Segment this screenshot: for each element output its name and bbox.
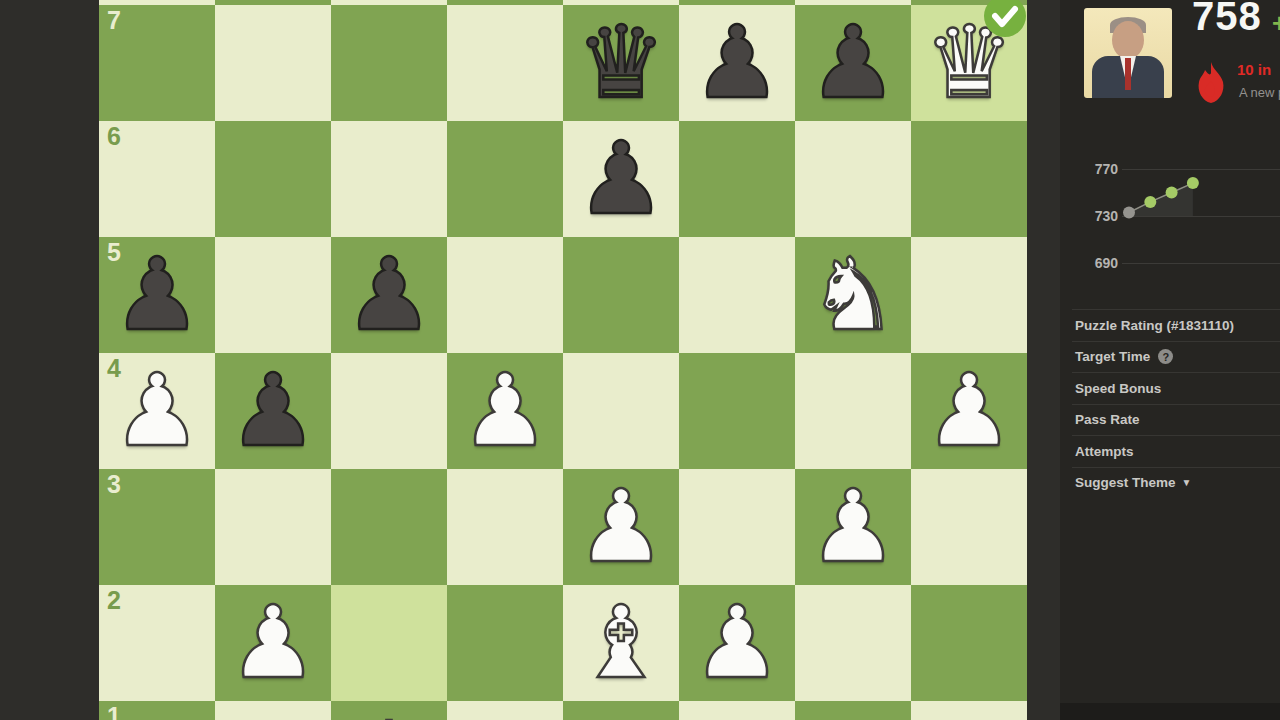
square-a3[interactable]: 3 bbox=[99, 469, 215, 585]
black-pawn[interactable]: ♟ bbox=[331, 237, 447, 353]
white-pawn[interactable]: ♟ bbox=[447, 353, 563, 469]
square-e4[interactable] bbox=[563, 353, 679, 469]
square-e2[interactable]: ♝ bbox=[563, 585, 679, 701]
stat-row-puzzle-rating-1831110: Puzzle Rating (#1831110) bbox=[1072, 309, 1280, 341]
chart-ytick-730: 730 bbox=[1074, 208, 1118, 224]
black-pawn[interactable]: ♟ bbox=[679, 5, 795, 121]
rank-label-1: 1 bbox=[107, 704, 121, 720]
white-pawn[interactable]: ♟ bbox=[563, 469, 679, 585]
square-h5[interactable] bbox=[911, 237, 1027, 353]
square-b3[interactable] bbox=[215, 469, 331, 585]
square-a4[interactable]: 4♟ bbox=[99, 353, 215, 469]
rating-point bbox=[1144, 196, 1156, 208]
square-g5[interactable]: ♞ bbox=[795, 237, 911, 353]
streak-subtext: A new p bbox=[1239, 85, 1280, 100]
streak-flame-icon bbox=[1196, 61, 1226, 106]
rating-point bbox=[1187, 177, 1199, 189]
square-c4[interactable] bbox=[331, 353, 447, 469]
square-c7[interactable] bbox=[331, 5, 447, 121]
square-e3[interactable]: ♟ bbox=[563, 469, 679, 585]
stat-row-label: Suggest Theme bbox=[1075, 475, 1176, 490]
square-d3[interactable] bbox=[447, 469, 563, 585]
square-f3[interactable] bbox=[679, 469, 795, 585]
square-c6[interactable] bbox=[331, 121, 447, 237]
white-knight[interactable]: ♞ bbox=[795, 237, 911, 353]
square-g7[interactable]: ♟ bbox=[795, 5, 911, 121]
stat-row-label: Target Time bbox=[1075, 349, 1150, 364]
white-king[interactable]: ♚ bbox=[331, 701, 447, 720]
chart-ytick-690: 690 bbox=[1074, 255, 1118, 271]
stat-row-target-time: Target Time? bbox=[1072, 341, 1280, 373]
correct-move-check-icon bbox=[983, 0, 1027, 38]
square-e5[interactable] bbox=[563, 237, 679, 353]
square-g1[interactable] bbox=[795, 701, 911, 720]
help-icon[interactable]: ? bbox=[1158, 349, 1173, 364]
square-b5[interactable] bbox=[215, 237, 331, 353]
square-g4[interactable] bbox=[795, 353, 911, 469]
square-d5[interactable] bbox=[447, 237, 563, 353]
black-queen[interactable]: ♛ bbox=[563, 5, 679, 121]
square-g6[interactable] bbox=[795, 121, 911, 237]
white-pawn[interactable]: ♟ bbox=[215, 585, 331, 701]
puzzle-rating-value: 758 bbox=[1192, 0, 1262, 39]
black-pawn[interactable]: ♟ bbox=[563, 121, 679, 237]
square-h2[interactable] bbox=[911, 585, 1027, 701]
square-e6[interactable]: ♟ bbox=[563, 121, 679, 237]
rating-sparkline-chart bbox=[1122, 150, 1280, 270]
rating-point bbox=[1166, 187, 1178, 199]
square-f1[interactable] bbox=[679, 701, 795, 720]
square-c3[interactable] bbox=[331, 469, 447, 585]
square-d1[interactable] bbox=[447, 701, 563, 720]
white-pawn[interactable]: ♟ bbox=[911, 353, 1027, 469]
square-e1[interactable] bbox=[563, 701, 679, 720]
chart-ytick-770: 770 bbox=[1074, 161, 1118, 177]
square-e7[interactable]: ♛ bbox=[563, 5, 679, 121]
white-pawn[interactable]: ♟ bbox=[679, 585, 795, 701]
stat-row-attempts: Attempts bbox=[1072, 435, 1280, 467]
square-a2[interactable]: 2 bbox=[99, 585, 215, 701]
rank-label-3: 3 bbox=[107, 472, 121, 497]
puzzle-sidebar: 758 + 10 in A new p 770 730 690 Puzzle R… bbox=[1060, 0, 1280, 703]
square-h6[interactable] bbox=[911, 121, 1027, 237]
square-d6[interactable] bbox=[447, 121, 563, 237]
square-g2[interactable] bbox=[795, 585, 911, 701]
square-c5[interactable]: ♟ bbox=[331, 237, 447, 353]
stat-row-suggest-theme[interactable]: Suggest Theme▼ bbox=[1072, 467, 1280, 499]
square-b2[interactable]: ♟ bbox=[215, 585, 331, 701]
avatar-face bbox=[1112, 21, 1144, 59]
stat-row-label: Puzzle Rating (#1831110) bbox=[1075, 318, 1234, 333]
square-a6[interactable]: 6 bbox=[99, 121, 215, 237]
square-c2[interactable] bbox=[331, 585, 447, 701]
rating-trend-plus: + bbox=[1272, 8, 1280, 39]
square-h1[interactable] bbox=[911, 701, 1027, 720]
rating-point bbox=[1123, 206, 1135, 218]
square-f2[interactable]: ♟ bbox=[679, 585, 795, 701]
square-d2[interactable] bbox=[447, 585, 563, 701]
square-b6[interactable] bbox=[215, 121, 331, 237]
black-pawn[interactable]: ♟ bbox=[795, 5, 911, 121]
square-d7[interactable] bbox=[447, 5, 563, 121]
square-g3[interactable]: ♟ bbox=[795, 469, 911, 585]
chess-board: 87♛♟♟♛6♟5♟♟♞4♟♟♟♟3♟♟2♟♝♟1♚ bbox=[99, 0, 1027, 720]
square-a5[interactable]: 5♟ bbox=[99, 237, 215, 353]
caret-down-icon[interactable]: ▼ bbox=[1182, 477, 1192, 488]
avatar[interactable] bbox=[1084, 8, 1172, 98]
white-bishop[interactable]: ♝ bbox=[563, 585, 679, 701]
square-c1[interactable]: ♚ bbox=[331, 701, 447, 720]
square-h4[interactable]: ♟ bbox=[911, 353, 1027, 469]
white-pawn[interactable]: ♟ bbox=[99, 353, 215, 469]
rank-label-2: 2 bbox=[107, 588, 121, 613]
square-f7[interactable]: ♟ bbox=[679, 5, 795, 121]
stat-row-speed-bonus: Speed Bonus bbox=[1072, 372, 1280, 404]
square-h3[interactable] bbox=[911, 469, 1027, 585]
square-f4[interactable] bbox=[679, 353, 795, 469]
streak-count: 10 in bbox=[1237, 61, 1271, 78]
square-b1[interactable] bbox=[215, 701, 331, 720]
square-f5[interactable] bbox=[679, 237, 795, 353]
rank-label-7: 7 bbox=[107, 8, 121, 33]
rank-label-6: 6 bbox=[107, 124, 121, 149]
stat-row-pass-rate: Pass Rate bbox=[1072, 404, 1280, 436]
square-a1[interactable]: 1 bbox=[99, 701, 215, 720]
square-a7[interactable]: 7 bbox=[99, 5, 215, 121]
black-pawn[interactable]: ♟ bbox=[99, 237, 215, 353]
square-f6[interactable] bbox=[679, 121, 795, 237]
sidebar-bottom-bar bbox=[1060, 703, 1280, 720]
white-pawn[interactable]: ♟ bbox=[795, 469, 911, 585]
stat-row-label: Speed Bonus bbox=[1075, 381, 1161, 396]
square-b4[interactable]: ♟ bbox=[215, 353, 331, 469]
square-d4[interactable]: ♟ bbox=[447, 353, 563, 469]
puzzle-stats-list: Puzzle Rating (#1831110)Target Time?Spee… bbox=[1072, 309, 1280, 498]
puzzle-page: 87♛♟♟♛6♟5♟♟♞4♟♟♟♟3♟♟2♟♝♟1♚ 758 + 10 in A… bbox=[0, 0, 1280, 720]
avatar-tie bbox=[1125, 58, 1131, 90]
square-b7[interactable] bbox=[215, 5, 331, 121]
stat-row-label: Attempts bbox=[1075, 444, 1134, 459]
stat-row-label: Pass Rate bbox=[1075, 412, 1140, 427]
black-pawn[interactable]: ♟ bbox=[215, 353, 331, 469]
